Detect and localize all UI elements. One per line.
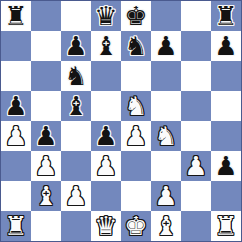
square-c4[interactable] bbox=[61, 121, 91, 151]
square-e2[interactable] bbox=[121, 181, 151, 211]
white-knight: ♞ bbox=[124, 91, 147, 121]
white-pawn: ♟ bbox=[64, 181, 87, 211]
square-d5[interactable] bbox=[91, 91, 121, 121]
square-d1[interactable]: ♛ bbox=[91, 211, 121, 241]
square-h6[interactable] bbox=[211, 61, 241, 91]
square-e8[interactable]: ♚ bbox=[121, 1, 151, 31]
square-g6[interactable] bbox=[181, 61, 211, 91]
square-g5[interactable] bbox=[181, 91, 211, 121]
square-h1[interactable]: ♜ bbox=[211, 211, 241, 241]
square-g2[interactable] bbox=[181, 181, 211, 211]
square-f3[interactable] bbox=[151, 151, 181, 181]
square-g4[interactable] bbox=[181, 121, 211, 151]
square-c7[interactable]: ♟ bbox=[61, 31, 91, 61]
square-b2[interactable]: ♝ bbox=[31, 181, 61, 211]
black-pawn: ♟ bbox=[94, 121, 117, 151]
white-knight: ♞ bbox=[154, 121, 177, 151]
square-f6[interactable] bbox=[151, 61, 181, 91]
square-b1[interactable] bbox=[31, 211, 61, 241]
square-a7[interactable] bbox=[1, 31, 31, 61]
square-a2[interactable] bbox=[1, 181, 31, 211]
white-pawn: ♟ bbox=[34, 151, 57, 181]
square-f5[interactable] bbox=[151, 91, 181, 121]
square-g1[interactable] bbox=[181, 211, 211, 241]
square-c5[interactable]: ♝ bbox=[61, 91, 91, 121]
white-rook: ♜ bbox=[4, 211, 27, 241]
square-d8[interactable]: ♛ bbox=[91, 1, 121, 31]
square-e3[interactable] bbox=[121, 151, 151, 181]
chess-board-container: ♜♛♚♜♟♝♞♟♟♞♟♝♞♟♟♟♟♞♟♟♟♟♝♟♟♜♛♚♝♜ bbox=[0, 0, 242, 242]
square-h4[interactable] bbox=[211, 121, 241, 151]
square-a8[interactable]: ♜ bbox=[1, 1, 31, 31]
square-a1[interactable]: ♜ bbox=[1, 211, 31, 241]
black-pawn: ♟ bbox=[34, 121, 57, 151]
square-e5[interactable]: ♞ bbox=[121, 91, 151, 121]
square-c3[interactable] bbox=[61, 151, 91, 181]
square-e7[interactable]: ♞ bbox=[121, 31, 151, 61]
square-g8[interactable] bbox=[181, 1, 211, 31]
square-h8[interactable]: ♜ bbox=[211, 1, 241, 31]
black-queen: ♛ bbox=[94, 1, 117, 31]
white-pawn: ♟ bbox=[94, 151, 117, 181]
black-rook: ♜ bbox=[214, 1, 237, 31]
square-g7[interactable] bbox=[181, 31, 211, 61]
white-pawn: ♟ bbox=[124, 121, 147, 151]
square-b7[interactable] bbox=[31, 31, 61, 61]
black-bishop: ♝ bbox=[94, 31, 117, 61]
square-c2[interactable]: ♟ bbox=[61, 181, 91, 211]
square-e4[interactable]: ♟ bbox=[121, 121, 151, 151]
white-king: ♚ bbox=[124, 211, 147, 241]
white-queen: ♛ bbox=[94, 211, 117, 241]
square-c8[interactable] bbox=[61, 1, 91, 31]
square-h5[interactable] bbox=[211, 91, 241, 121]
black-pawn: ♟ bbox=[154, 31, 177, 61]
white-pawn: ♟ bbox=[4, 121, 27, 151]
square-f8[interactable] bbox=[151, 1, 181, 31]
white-pawn: ♟ bbox=[154, 181, 177, 211]
white-pawn: ♟ bbox=[184, 151, 207, 181]
square-a6[interactable] bbox=[1, 61, 31, 91]
black-bishop: ♝ bbox=[64, 91, 87, 121]
square-h3[interactable]: ♟ bbox=[211, 151, 241, 181]
black-pawn: ♟ bbox=[214, 31, 237, 61]
square-f7[interactable]: ♟ bbox=[151, 31, 181, 61]
square-b4[interactable]: ♟ bbox=[31, 121, 61, 151]
chess-board: ♜♛♚♜♟♝♞♟♟♞♟♝♞♟♟♟♟♞♟♟♟♟♝♟♟♜♛♚♝♜ bbox=[0, 0, 242, 242]
square-f1[interactable]: ♝ bbox=[151, 211, 181, 241]
square-d2[interactable] bbox=[91, 181, 121, 211]
square-f2[interactable]: ♟ bbox=[151, 181, 181, 211]
black-knight: ♞ bbox=[124, 31, 147, 61]
square-h2[interactable] bbox=[211, 181, 241, 211]
square-d7[interactable]: ♝ bbox=[91, 31, 121, 61]
square-c1[interactable] bbox=[61, 211, 91, 241]
square-f4[interactable]: ♞ bbox=[151, 121, 181, 151]
black-rook: ♜ bbox=[4, 1, 27, 31]
square-a3[interactable] bbox=[1, 151, 31, 181]
square-d4[interactable]: ♟ bbox=[91, 121, 121, 151]
square-b3[interactable]: ♟ bbox=[31, 151, 61, 181]
white-bishop: ♝ bbox=[34, 181, 57, 211]
square-b6[interactable] bbox=[31, 61, 61, 91]
black-pawn: ♟ bbox=[4, 91, 27, 121]
square-b8[interactable] bbox=[31, 1, 61, 31]
square-e6[interactable] bbox=[121, 61, 151, 91]
square-h7[interactable]: ♟ bbox=[211, 31, 241, 61]
square-d6[interactable] bbox=[91, 61, 121, 91]
square-g3[interactable]: ♟ bbox=[181, 151, 211, 181]
white-bishop: ♝ bbox=[154, 211, 177, 241]
square-a4[interactable]: ♟ bbox=[1, 121, 31, 151]
black-pawn: ♟ bbox=[214, 151, 237, 181]
square-b5[interactable] bbox=[31, 91, 61, 121]
black-pawn: ♟ bbox=[64, 31, 87, 61]
white-rook: ♜ bbox=[214, 211, 237, 241]
square-d3[interactable]: ♟ bbox=[91, 151, 121, 181]
square-c6[interactable]: ♞ bbox=[61, 61, 91, 91]
black-king: ♚ bbox=[124, 1, 147, 31]
black-knight: ♞ bbox=[64, 61, 87, 91]
square-e1[interactable]: ♚ bbox=[121, 211, 151, 241]
square-a5[interactable]: ♟ bbox=[1, 91, 31, 121]
